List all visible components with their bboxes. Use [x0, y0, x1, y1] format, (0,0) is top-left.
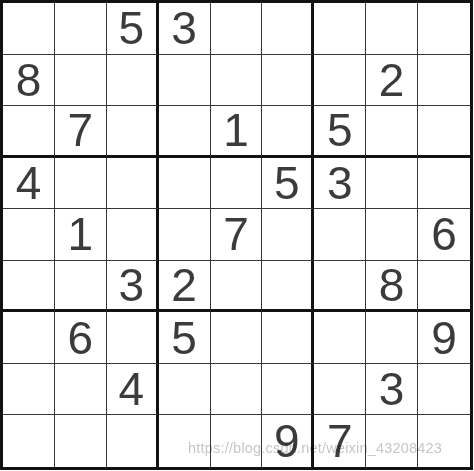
given-digit: 4 — [118, 366, 144, 412]
given-digit: 3 — [327, 160, 353, 206]
sudoku-cell-r7c5 — [211, 312, 263, 364]
given-digit: 8 — [16, 57, 42, 103]
given-digit: 2 — [379, 57, 405, 103]
sudoku-cell-r5c5: 7 — [211, 209, 263, 261]
sudoku-cell-r6c7 — [314, 261, 366, 313]
given-digit: 6 — [431, 211, 457, 257]
sudoku-page: 53827154531763286594397 https://blog.csd… — [0, 0, 474, 471]
sudoku-cell-r5c9: 6 — [418, 209, 470, 261]
given-digit: 3 — [171, 5, 197, 51]
given-digit: 3 — [118, 262, 144, 308]
sudoku-cell-r3c5: 1 — [211, 106, 263, 158]
sudoku-cell-r3c6 — [262, 106, 314, 158]
sudoku-cell-r2c7 — [314, 55, 366, 107]
sudoku-cell-r2c6 — [262, 55, 314, 107]
sudoku-cell-r7c4: 5 — [159, 312, 211, 364]
sudoku-cell-r9c1 — [3, 415, 55, 467]
sudoku-cell-r1c8 — [366, 3, 418, 55]
sudoku-cell-r3c9 — [418, 106, 470, 158]
sudoku-cell-r7c7 — [314, 312, 366, 364]
given-digit: 1 — [68, 211, 94, 257]
sudoku-cell-r1c6 — [262, 3, 314, 55]
sudoku-cell-r7c1 — [3, 312, 55, 364]
sudoku-cell-r8c7 — [314, 364, 366, 416]
sudoku-cell-r1c1 — [3, 3, 55, 55]
sudoku-cell-r6c8: 8 — [366, 261, 418, 313]
sudoku-cell-r7c9: 9 — [418, 312, 470, 364]
sudoku-cell-r9c3 — [107, 415, 159, 467]
sudoku-cell-r3c7: 5 — [314, 106, 366, 158]
sudoku-cell-r5c8 — [366, 209, 418, 261]
sudoku-cell-r7c6 — [262, 312, 314, 364]
sudoku-cell-r2c9 — [418, 55, 470, 107]
sudoku-cell-r7c8 — [366, 312, 418, 364]
watermark-url: https://blog.csdn.net/weixin_43208423 — [188, 440, 442, 456]
sudoku-cell-r3c1 — [3, 106, 55, 158]
sudoku-board: 53827154531763286594397 — [0, 0, 473, 470]
sudoku-cell-r4c7: 3 — [314, 158, 366, 210]
given-digit: 5 — [274, 160, 300, 206]
sudoku-cell-r5c4 — [159, 209, 211, 261]
sudoku-cell-r8c4 — [159, 364, 211, 416]
sudoku-cell-r6c6 — [262, 261, 314, 313]
sudoku-cell-r8c3: 4 — [107, 364, 159, 416]
given-digit: 6 — [68, 315, 94, 361]
given-digit: 5 — [327, 107, 353, 153]
sudoku-cell-r8c9 — [418, 364, 470, 416]
sudoku-cell-r4c4 — [159, 158, 211, 210]
sudoku-cell-r8c2 — [55, 364, 107, 416]
sudoku-cell-r4c6: 5 — [262, 158, 314, 210]
sudoku-cell-r4c8 — [366, 158, 418, 210]
sudoku-cell-r3c2: 7 — [55, 106, 107, 158]
sudoku-cell-r6c2 — [55, 261, 107, 313]
given-digit: 9 — [431, 315, 457, 361]
sudoku-cell-r4c3 — [107, 158, 159, 210]
sudoku-cell-r1c4: 3 — [159, 3, 211, 55]
sudoku-cell-r5c1 — [3, 209, 55, 261]
sudoku-cell-r3c8 — [366, 106, 418, 158]
sudoku-cell-r2c2 — [55, 55, 107, 107]
given-digit: 5 — [118, 5, 144, 51]
given-digit: 4 — [16, 160, 42, 206]
given-digit: 8 — [379, 262, 405, 308]
sudoku-cell-r5c6 — [262, 209, 314, 261]
sudoku-cell-r9c2 — [55, 415, 107, 467]
given-digit: 1 — [223, 107, 249, 153]
sudoku-cell-r7c2: 6 — [55, 312, 107, 364]
sudoku-cell-r4c5 — [211, 158, 263, 210]
given-digit: 7 — [223, 211, 249, 257]
sudoku-cell-r4c9 — [418, 158, 470, 210]
sudoku-cell-r6c9 — [418, 261, 470, 313]
sudoku-cell-r7c3 — [107, 312, 159, 364]
sudoku-cell-r5c2: 1 — [55, 209, 107, 261]
sudoku-cell-r6c3: 3 — [107, 261, 159, 313]
sudoku-cell-r6c5 — [211, 261, 263, 313]
sudoku-cell-r1c5 — [211, 3, 263, 55]
sudoku-cell-r2c4 — [159, 55, 211, 107]
sudoku-cell-r1c2 — [55, 3, 107, 55]
sudoku-cell-r2c3 — [107, 55, 159, 107]
sudoku-cell-r1c9 — [418, 3, 470, 55]
sudoku-cell-r8c8: 3 — [366, 364, 418, 416]
sudoku-cell-r2c5 — [211, 55, 263, 107]
given-digit: 2 — [171, 262, 197, 308]
sudoku-cell-r5c3 — [107, 209, 159, 261]
sudoku-cell-r3c4 — [159, 106, 211, 158]
sudoku-cell-r6c1 — [3, 261, 55, 313]
sudoku-cell-r5c7 — [314, 209, 366, 261]
sudoku-cell-r8c6 — [262, 364, 314, 416]
given-digit: 7 — [68, 107, 94, 153]
sudoku-cell-r8c1 — [3, 364, 55, 416]
sudoku-cell-r2c8: 2 — [366, 55, 418, 107]
sudoku-cell-r4c2 — [55, 158, 107, 210]
sudoku-cell-r3c3 — [107, 106, 159, 158]
given-digit: 3 — [379, 366, 405, 412]
sudoku-cell-r8c5 — [211, 364, 263, 416]
sudoku-cell-r4c1: 4 — [3, 158, 55, 210]
sudoku-cell-r1c3: 5 — [107, 3, 159, 55]
sudoku-cell-r6c4: 2 — [159, 261, 211, 313]
sudoku-cell-r1c7 — [314, 3, 366, 55]
given-digit: 5 — [171, 315, 197, 361]
sudoku-cell-r2c1: 8 — [3, 55, 55, 107]
